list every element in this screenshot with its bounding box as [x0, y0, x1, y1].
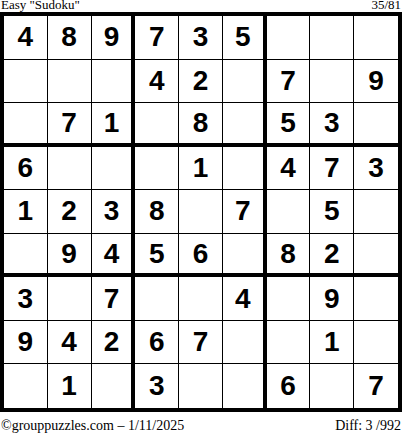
puzzle-title: Easy "Sudoku" — [1, 0, 80, 11]
cell-r3c8: 3 — [310, 103, 354, 147]
cell-r4c3 — [92, 147, 136, 191]
cell-r1c5: 3 — [179, 16, 223, 60]
cell-r7c1: 3 — [4, 277, 48, 321]
cell-r8c5: 7 — [179, 321, 223, 365]
cell-r4c6 — [223, 147, 267, 191]
cells-remaining-counter: 35/81 — [371, 0, 401, 11]
cell-r9c8 — [310, 364, 354, 408]
cell-r1c6: 5 — [223, 16, 267, 60]
cell-r8c3: 2 — [92, 321, 136, 365]
cell-r7c8: 9 — [310, 277, 354, 321]
cell-r1c2: 8 — [48, 16, 92, 60]
cell-r6c7: 8 — [267, 234, 311, 278]
cell-r7c3: 7 — [92, 277, 136, 321]
cell-r3c4 — [135, 103, 179, 147]
cell-r6c1 — [4, 234, 48, 278]
cell-r8c9 — [354, 321, 398, 365]
cell-r1c1: 4 — [4, 16, 48, 60]
cell-r6c3: 4 — [92, 234, 136, 278]
cell-r9c7: 6 — [267, 364, 311, 408]
cell-r9c3 — [92, 364, 136, 408]
cell-r6c6 — [223, 234, 267, 278]
cell-r1c9 — [354, 16, 398, 60]
cell-r9c9: 7 — [354, 364, 398, 408]
cell-r2c5: 2 — [179, 60, 223, 104]
cell-r8c1: 9 — [4, 321, 48, 365]
cell-r2c8 — [310, 60, 354, 104]
cell-r6c9 — [354, 234, 398, 278]
cell-r4c5: 1 — [179, 147, 223, 191]
cell-r5c3: 3 — [92, 190, 136, 234]
cell-r1c3: 9 — [92, 16, 136, 60]
cell-r4c7: 4 — [267, 147, 311, 191]
cell-r9c4: 3 — [135, 364, 179, 408]
cell-r2c9: 9 — [354, 60, 398, 104]
cell-r9c6 — [223, 364, 267, 408]
cell-r5c7 — [267, 190, 311, 234]
cell-r5c1: 1 — [4, 190, 48, 234]
cell-r9c2: 1 — [48, 364, 92, 408]
cell-r6c5: 6 — [179, 234, 223, 278]
cell-r7c4 — [135, 277, 179, 321]
cell-r5c5 — [179, 190, 223, 234]
cell-r3c6 — [223, 103, 267, 147]
cell-r2c2 — [48, 60, 92, 104]
cell-r1c8 — [310, 16, 354, 60]
cell-r3c2: 7 — [48, 103, 92, 147]
cell-r6c8: 2 — [310, 234, 354, 278]
cell-r2c1 — [4, 60, 48, 104]
cell-r7c6: 4 — [223, 277, 267, 321]
cell-r7c7 — [267, 277, 311, 321]
cell-r4c2 — [48, 147, 92, 191]
cell-r8c2: 4 — [48, 321, 92, 365]
cell-r7c9 — [354, 277, 398, 321]
cell-r5c8: 5 — [310, 190, 354, 234]
cell-r8c4: 6 — [135, 321, 179, 365]
cell-r3c3: 1 — [92, 103, 136, 147]
cell-r2c4: 4 — [135, 60, 179, 104]
cell-r3c5: 8 — [179, 103, 223, 147]
cell-r7c2 — [48, 277, 92, 321]
cell-r4c9: 3 — [354, 147, 398, 191]
cell-r8c8: 1 — [310, 321, 354, 365]
cell-r4c8: 7 — [310, 147, 354, 191]
cell-r6c4: 5 — [135, 234, 179, 278]
cell-r1c7 — [267, 16, 311, 60]
cell-r5c2: 2 — [48, 190, 92, 234]
copyright-text: ©grouppuzzles.com – 1/11/2025 — [1, 417, 184, 435]
cell-r6c2: 9 — [48, 234, 92, 278]
cell-r5c4: 8 — [135, 190, 179, 234]
cell-r4c1: 6 — [4, 147, 48, 191]
sudoku-page: Easy "Sudoku" 35/81 48973542797185361473… — [0, 0, 402, 437]
cell-r3c1 — [4, 103, 48, 147]
difficulty-text: Diff: 3 /992 — [335, 417, 401, 435]
cell-r3c7: 5 — [267, 103, 311, 147]
footer: ©grouppuzzles.com – 1/11/2025 Diff: 3 /9… — [0, 417, 402, 435]
cell-r5c6: 7 — [223, 190, 267, 234]
cell-r2c3 — [92, 60, 136, 104]
sudoku-board: 4897354279718536147312387594568237499426… — [0, 12, 402, 412]
cell-r2c7: 7 — [267, 60, 311, 104]
cell-r2c6 — [223, 60, 267, 104]
cell-r8c7 — [267, 321, 311, 365]
cell-r4c4 — [135, 147, 179, 191]
cell-r3c9 — [354, 103, 398, 147]
cell-r8c6 — [223, 321, 267, 365]
cell-r9c1 — [4, 364, 48, 408]
cell-r5c9 — [354, 190, 398, 234]
cell-r7c5 — [179, 277, 223, 321]
header: Easy "Sudoku" 35/81 — [0, 0, 402, 11]
cell-r1c4: 7 — [135, 16, 179, 60]
cell-r9c5 — [179, 364, 223, 408]
